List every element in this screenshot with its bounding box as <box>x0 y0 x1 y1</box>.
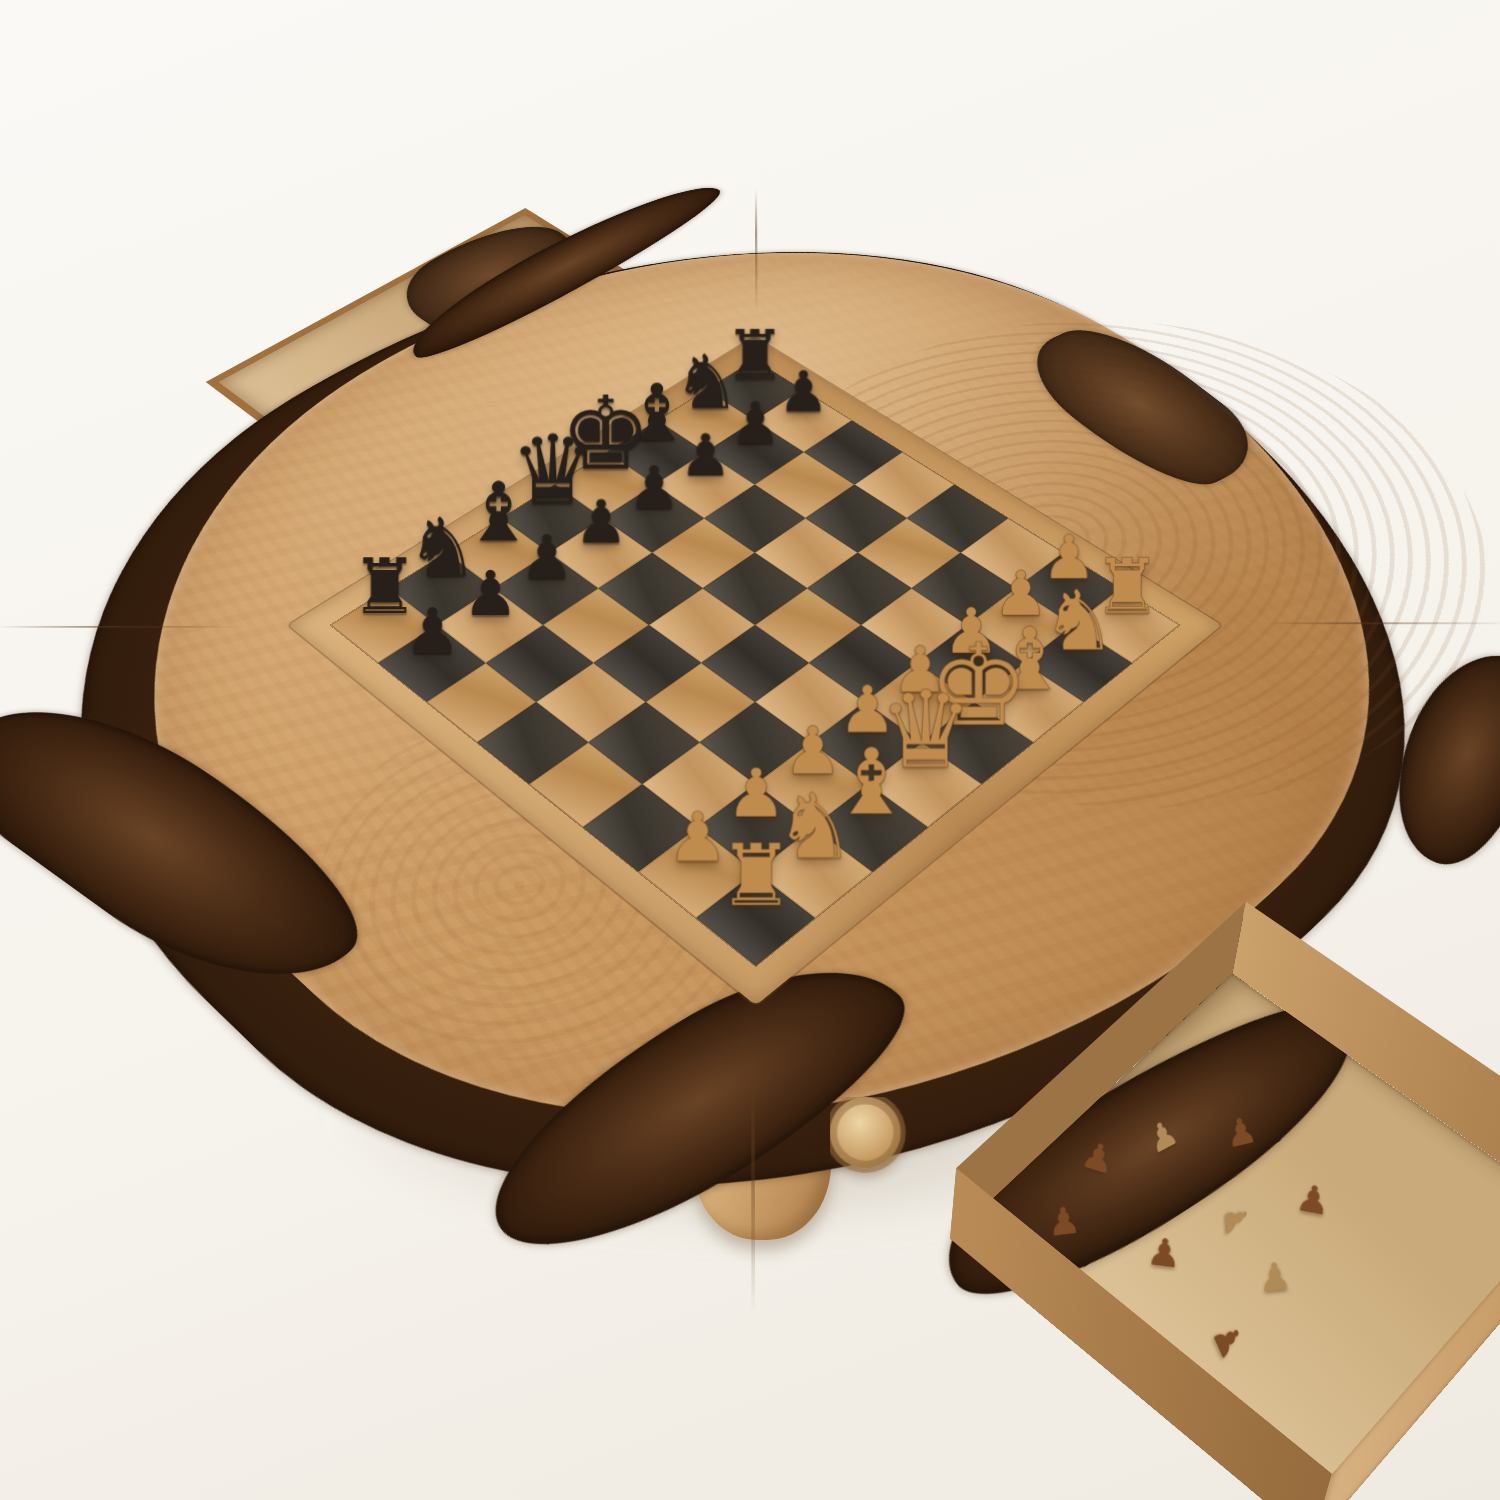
black-pawn: ♟ <box>519 527 574 588</box>
drawer-knob <box>830 1097 901 1168</box>
black-pawn: ♟ <box>729 395 781 453</box>
black-pawn: ♟ <box>574 493 628 553</box>
white-rook: ♜ <box>717 833 794 918</box>
scene-stage: ♜♞♝♛♚♝♞♜♟♟♟♟♟♟♟♟♟♟♟♟♟♟♟♟♜♞♝♛♚♝♞♜ ♟♟♟♟♟♟♟… <box>0 0 1500 1500</box>
loose-spare-pawn: ♟ <box>1145 1232 1183 1274</box>
black-pawn: ♟ <box>627 459 680 518</box>
loose-spare-pawn: ♟ <box>1046 1201 1082 1243</box>
black-pawn: ♟ <box>679 426 731 484</box>
black-pawn: ♟ <box>404 600 460 663</box>
loose-spare-pawn: ♟ <box>1257 1257 1293 1299</box>
black-pawn: ♟ <box>778 364 829 421</box>
loose-spare-pawn: ♟ <box>1294 1179 1333 1222</box>
loose-spare-pawn: ♟ <box>1221 1197 1251 1241</box>
loose-spare-pawn: ♟ <box>1223 1111 1259 1154</box>
black-pawn: ♟ <box>462 563 518 625</box>
loose-spare-pawn: ♟ <box>1207 1314 1248 1367</box>
